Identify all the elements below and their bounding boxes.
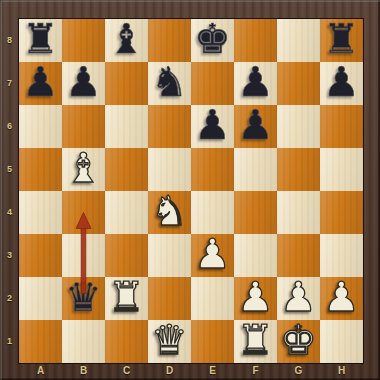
board-frame: ♜♝♚♜♟♟♞♟♟♟♟♝♞♟♛♜♟♟♟♛♜♚ 87654321 ABCDEFGH <box>0 0 380 380</box>
rank-label-2: 2 <box>0 277 19 320</box>
square-e3[interactable]: ♟ <box>191 234 234 277</box>
square-g4[interactable] <box>277 191 320 234</box>
square-c8[interactable]: ♝ <box>105 19 148 62</box>
square-e6[interactable]: ♟ <box>191 105 234 148</box>
square-h1[interactable] <box>320 320 363 363</box>
square-f2[interactable]: ♟ <box>234 277 277 320</box>
chess-board: ♜♝♚♜♟♟♞♟♟♟♟♝♞♟♛♜♟♟♟♛♜♚ <box>19 19 363 363</box>
square-b2[interactable]: ♛ <box>62 277 105 320</box>
piece-black-pawn-h7[interactable]: ♟ <box>323 62 360 103</box>
square-g3[interactable] <box>277 234 320 277</box>
square-b6[interactable] <box>62 105 105 148</box>
piece-white-pawn-f2[interactable]: ♟ <box>237 277 274 318</box>
piece-white-queen-d1[interactable]: ♛ <box>151 320 188 361</box>
square-h5[interactable] <box>320 148 363 191</box>
square-a5[interactable] <box>19 148 62 191</box>
square-a1[interactable] <box>19 320 62 363</box>
square-a6[interactable] <box>19 105 62 148</box>
piece-white-knight-d4[interactable]: ♞ <box>151 191 188 232</box>
square-d2[interactable] <box>148 277 191 320</box>
file-label-h: H <box>320 363 363 380</box>
square-b8[interactable] <box>62 19 105 62</box>
piece-black-pawn-a7[interactable]: ♟ <box>22 62 59 103</box>
piece-black-pawn-e6[interactable]: ♟ <box>194 105 231 146</box>
square-h6[interactable] <box>320 105 363 148</box>
piece-black-knight-d7[interactable]: ♞ <box>151 62 188 103</box>
square-g8[interactable] <box>277 19 320 62</box>
square-c7[interactable] <box>105 62 148 105</box>
square-a4[interactable] <box>19 191 62 234</box>
square-g6[interactable] <box>277 105 320 148</box>
piece-white-pawn-e3[interactable]: ♟ <box>194 234 231 275</box>
square-c2[interactable]: ♜ <box>105 277 148 320</box>
rank-label-3: 3 <box>0 234 19 277</box>
piece-black-pawn-f6[interactable]: ♟ <box>237 105 274 146</box>
piece-black-rook-a8[interactable]: ♜ <box>22 19 59 60</box>
square-b5[interactable]: ♝ <box>62 148 105 191</box>
piece-white-bishop-b5[interactable]: ♝ <box>65 148 102 189</box>
square-g7[interactable] <box>277 62 320 105</box>
square-b4[interactable] <box>62 191 105 234</box>
square-g1[interactable]: ♚ <box>277 320 320 363</box>
file-label-c: C <box>105 363 148 380</box>
piece-black-rook-h8[interactable]: ♜ <box>323 19 360 60</box>
rank-label-4: 4 <box>0 191 19 234</box>
square-f4[interactable] <box>234 191 277 234</box>
square-e1[interactable] <box>191 320 234 363</box>
rank-label-6: 6 <box>0 105 19 148</box>
square-d6[interactable] <box>148 105 191 148</box>
rank-label-7: 7 <box>0 62 19 105</box>
square-c4[interactable] <box>105 191 148 234</box>
piece-white-rook-f1[interactable]: ♜ <box>237 320 274 361</box>
square-d1[interactable]: ♛ <box>148 320 191 363</box>
square-c1[interactable] <box>105 320 148 363</box>
square-h7[interactable]: ♟ <box>320 62 363 105</box>
square-g2[interactable]: ♟ <box>277 277 320 320</box>
file-label-e: E <box>191 363 234 380</box>
square-c6[interactable] <box>105 105 148 148</box>
piece-white-pawn-h2[interactable]: ♟ <box>323 277 360 318</box>
piece-black-pawn-b7[interactable]: ♟ <box>65 62 102 103</box>
rank-label-5: 5 <box>0 148 19 191</box>
square-d3[interactable] <box>148 234 191 277</box>
file-label-b: B <box>62 363 105 380</box>
piece-white-rook-c2[interactable]: ♜ <box>108 277 145 318</box>
square-f6[interactable]: ♟ <box>234 105 277 148</box>
piece-black-pawn-f7[interactable]: ♟ <box>237 62 274 103</box>
piece-black-king-e8[interactable]: ♚ <box>194 19 231 60</box>
square-e7[interactable] <box>191 62 234 105</box>
file-label-f: F <box>234 363 277 380</box>
square-e2[interactable] <box>191 277 234 320</box>
piece-white-pawn-g2[interactable]: ♟ <box>280 277 317 318</box>
chess-app: ♜♝♚♜♟♟♞♟♟♟♟♝♞♟♛♜♟♟♟♛♜♚ 87654321 ABCDEFGH <box>0 0 380 380</box>
square-h4[interactable] <box>320 191 363 234</box>
square-d7[interactable]: ♞ <box>148 62 191 105</box>
square-b1[interactable] <box>62 320 105 363</box>
rank-label-8: 8 <box>0 19 19 62</box>
rank-label-1: 1 <box>0 320 19 363</box>
square-f7[interactable]: ♟ <box>234 62 277 105</box>
square-d4[interactable]: ♞ <box>148 191 191 234</box>
square-f5[interactable] <box>234 148 277 191</box>
square-g5[interactable] <box>277 148 320 191</box>
piece-white-king-g1[interactable]: ♚ <box>280 320 317 361</box>
square-c3[interactable] <box>105 234 148 277</box>
square-d5[interactable] <box>148 148 191 191</box>
square-f3[interactable] <box>234 234 277 277</box>
square-a2[interactable] <box>19 277 62 320</box>
square-b7[interactable]: ♟ <box>62 62 105 105</box>
square-e5[interactable] <box>191 148 234 191</box>
square-h2[interactable]: ♟ <box>320 277 363 320</box>
piece-black-queen-b2[interactable]: ♛ <box>65 277 102 318</box>
file-label-a: A <box>19 363 62 380</box>
piece-black-bishop-c8[interactable]: ♝ <box>108 19 145 60</box>
square-h8[interactable]: ♜ <box>320 19 363 62</box>
square-c5[interactable] <box>105 148 148 191</box>
square-a8[interactable]: ♜ <box>19 19 62 62</box>
square-f1[interactable]: ♜ <box>234 320 277 363</box>
square-a3[interactable] <box>19 234 62 277</box>
square-e4[interactable] <box>191 191 234 234</box>
square-b3[interactable] <box>62 234 105 277</box>
square-e8[interactable]: ♚ <box>191 19 234 62</box>
square-h3[interactable] <box>320 234 363 277</box>
square-f8[interactable] <box>234 19 277 62</box>
square-a7[interactable]: ♟ <box>19 62 62 105</box>
file-label-d: D <box>148 363 191 380</box>
file-label-g: G <box>277 363 320 380</box>
square-d8[interactable] <box>148 19 191 62</box>
